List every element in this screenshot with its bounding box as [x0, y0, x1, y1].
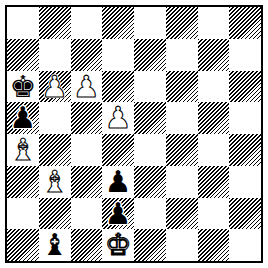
square-b3[interactable]: ♝	[39, 166, 71, 198]
square-d4[interactable]	[102, 134, 134, 166]
square-a4[interactable]: ♝	[7, 134, 39, 166]
square-f4[interactable]	[166, 134, 198, 166]
square-e4[interactable]	[134, 134, 166, 166]
square-g7[interactable]	[198, 39, 230, 71]
square-g2[interactable]	[198, 198, 230, 230]
white-bishop-piece: ♝	[41, 166, 68, 198]
square-c8[interactable]	[71, 7, 103, 39]
square-g3[interactable]	[198, 166, 230, 198]
square-e2[interactable]	[134, 198, 166, 230]
white-pawn-piece: ♟	[105, 102, 132, 134]
square-h7[interactable]	[229, 39, 261, 71]
square-h8[interactable]	[229, 7, 261, 39]
square-e8[interactable]	[134, 7, 166, 39]
square-c6[interactable]: ♟	[71, 71, 103, 103]
square-f7[interactable]	[166, 39, 198, 71]
black-pawn-piece: ♟	[105, 198, 132, 230]
square-h4[interactable]	[229, 134, 261, 166]
black-bishop-piece: ♝	[41, 229, 68, 261]
board-frame: ♚♟♟♟♟♝♝♟♟♝♚	[5, 5, 263, 263]
square-g4[interactable]	[198, 134, 230, 166]
square-b1[interactable]: ♝	[39, 229, 71, 261]
white-king-piece: ♚	[105, 229, 132, 261]
black-king-piece: ♚	[9, 71, 36, 103]
square-d2[interactable]: ♟	[102, 198, 134, 230]
square-d6[interactable]	[102, 71, 134, 103]
white-bishop-piece: ♝	[9, 134, 36, 166]
square-h3[interactable]	[229, 166, 261, 198]
square-f3[interactable]	[166, 166, 198, 198]
square-b8[interactable]	[39, 7, 71, 39]
square-b6[interactable]: ♟	[39, 71, 71, 103]
square-b4[interactable]	[39, 134, 71, 166]
chess-diagram: ♚♟♟♟♟♝♝♟♟♝♚	[0, 0, 268, 268]
square-b2[interactable]	[39, 198, 71, 230]
black-pawn-piece: ♟	[9, 102, 36, 134]
square-c4[interactable]	[71, 134, 103, 166]
square-f2[interactable]	[166, 198, 198, 230]
square-c7[interactable]	[71, 39, 103, 71]
square-b7[interactable]	[39, 39, 71, 71]
square-a1[interactable]	[7, 229, 39, 261]
square-a5[interactable]: ♟	[7, 102, 39, 134]
square-d8[interactable]	[102, 7, 134, 39]
square-a3[interactable]	[7, 166, 39, 198]
square-h2[interactable]	[229, 198, 261, 230]
square-f1[interactable]	[166, 229, 198, 261]
square-a8[interactable]	[7, 7, 39, 39]
square-c1[interactable]	[71, 229, 103, 261]
chess-board: ♚♟♟♟♟♝♝♟♟♝♚	[7, 7, 261, 261]
square-e3[interactable]	[134, 166, 166, 198]
square-e1[interactable]	[134, 229, 166, 261]
square-e7[interactable]	[134, 39, 166, 71]
square-g6[interactable]	[198, 71, 230, 103]
square-g1[interactable]	[198, 229, 230, 261]
square-d5[interactable]: ♟	[102, 102, 134, 134]
square-h6[interactable]	[229, 71, 261, 103]
square-e5[interactable]	[134, 102, 166, 134]
square-b5[interactable]	[39, 102, 71, 134]
square-g8[interactable]	[198, 7, 230, 39]
square-f5[interactable]	[166, 102, 198, 134]
square-g5[interactable]	[198, 102, 230, 134]
black-pawn-piece: ♟	[105, 166, 132, 198]
square-c3[interactable]	[71, 166, 103, 198]
square-a7[interactable]	[7, 39, 39, 71]
square-c5[interactable]	[71, 102, 103, 134]
square-f8[interactable]	[166, 7, 198, 39]
square-f6[interactable]	[166, 71, 198, 103]
square-h5[interactable]	[229, 102, 261, 134]
white-pawn-piece: ♟	[73, 71, 100, 103]
square-h1[interactable]	[229, 229, 261, 261]
square-c2[interactable]	[71, 198, 103, 230]
square-d3[interactable]: ♟	[102, 166, 134, 198]
square-a2[interactable]	[7, 198, 39, 230]
white-pawn-piece: ♟	[41, 71, 68, 103]
square-e6[interactable]	[134, 71, 166, 103]
square-d7[interactable]	[102, 39, 134, 71]
square-a6[interactable]: ♚	[7, 71, 39, 103]
square-d1[interactable]: ♚	[102, 229, 134, 261]
